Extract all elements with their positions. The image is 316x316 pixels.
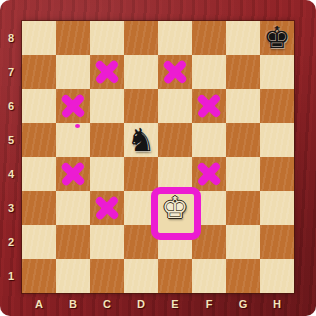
square-b3[interactable] — [56, 191, 90, 225]
x-mark-c7 — [90, 55, 124, 89]
file-label-e: E — [158, 293, 192, 315]
square-c4[interactable] — [90, 157, 124, 191]
square-b8[interactable] — [56, 21, 90, 55]
square-e1[interactable] — [158, 259, 192, 293]
square-e8[interactable] — [158, 21, 192, 55]
file-label-h: H — [260, 293, 294, 315]
square-d6[interactable] — [124, 89, 158, 123]
square-e4[interactable] — [158, 157, 192, 191]
x-mark-e7 — [158, 55, 192, 89]
square-g5[interactable] — [226, 123, 260, 157]
file-label-f: F — [192, 293, 226, 315]
square-d7[interactable] — [124, 55, 158, 89]
file-label-a: A — [22, 293, 56, 315]
square-b6[interactable] — [56, 89, 90, 123]
square-a6[interactable] — [22, 89, 56, 123]
square-a1[interactable] — [22, 259, 56, 293]
rank-label-7: 7 — [0, 55, 22, 89]
chessboard-frame: 87654321 ABCDEFGH ♚♞♚ — [0, 0, 316, 316]
rank-label-1: 1 — [0, 259, 22, 293]
square-f5[interactable] — [192, 123, 226, 157]
square-g2[interactable] — [226, 225, 260, 259]
square-e5[interactable] — [158, 123, 192, 157]
square-h7[interactable] — [260, 55, 294, 89]
paint-speck — [75, 124, 80, 128]
square-f6[interactable] — [192, 89, 226, 123]
rank-label-3: 3 — [0, 191, 22, 225]
square-a3[interactable] — [22, 191, 56, 225]
file-labels: ABCDEFGH — [22, 293, 294, 316]
square-h8[interactable]: ♚ — [260, 21, 294, 55]
square-h1[interactable] — [260, 259, 294, 293]
square-g8[interactable] — [226, 21, 260, 55]
square-b1[interactable] — [56, 259, 90, 293]
file-label-b: B — [56, 293, 90, 315]
chess-board: ♚♞♚ — [22, 21, 294, 293]
square-d5[interactable]: ♞ — [124, 123, 158, 157]
square-f7[interactable] — [192, 55, 226, 89]
square-b5[interactable] — [56, 123, 90, 157]
square-b4[interactable] — [56, 157, 90, 191]
x-mark-b4 — [56, 157, 90, 191]
square-c7[interactable] — [90, 55, 124, 89]
square-a2[interactable] — [22, 225, 56, 259]
square-f4[interactable] — [192, 157, 226, 191]
file-label-d: D — [124, 293, 158, 315]
rank-label-4: 4 — [0, 157, 22, 191]
square-a5[interactable] — [22, 123, 56, 157]
rank-label-2: 2 — [0, 225, 22, 259]
square-c3[interactable] — [90, 191, 124, 225]
square-h4[interactable] — [260, 157, 294, 191]
rank-label-8: 8 — [0, 21, 22, 55]
black-king[interactable]: ♚ — [260, 21, 294, 55]
square-g3[interactable] — [226, 191, 260, 225]
square-h5[interactable] — [260, 123, 294, 157]
file-label-c: C — [90, 293, 124, 315]
rank-label-6: 6 — [0, 89, 22, 123]
square-h6[interactable] — [260, 89, 294, 123]
square-c1[interactable] — [90, 259, 124, 293]
black-knight[interactable]: ♞ — [124, 123, 158, 157]
square-g4[interactable] — [226, 157, 260, 191]
square-a7[interactable] — [22, 55, 56, 89]
x-mark-f4 — [192, 157, 226, 191]
square-g7[interactable] — [226, 55, 260, 89]
square-e6[interactable] — [158, 89, 192, 123]
x-mark-c3 — [90, 191, 124, 225]
square-b2[interactable] — [56, 225, 90, 259]
x-mark-f6 — [192, 89, 226, 123]
square-h2[interactable] — [260, 225, 294, 259]
square-c2[interactable] — [90, 225, 124, 259]
file-label-g: G — [226, 293, 260, 315]
square-d8[interactable] — [124, 21, 158, 55]
square-c8[interactable] — [90, 21, 124, 55]
square-c5[interactable] — [90, 123, 124, 157]
square-b7[interactable] — [56, 55, 90, 89]
square-f1[interactable] — [192, 259, 226, 293]
square-c6[interactable] — [90, 89, 124, 123]
x-mark-b6 — [56, 89, 90, 123]
rank-label-5: 5 — [0, 123, 22, 157]
square-h3[interactable] — [260, 191, 294, 225]
square-g1[interactable] — [226, 259, 260, 293]
square-a8[interactable] — [22, 21, 56, 55]
square-d4[interactable] — [124, 157, 158, 191]
square-a4[interactable] — [22, 157, 56, 191]
check-highlight-box — [151, 187, 201, 240]
square-f8[interactable] — [192, 21, 226, 55]
square-g6[interactable] — [226, 89, 260, 123]
square-d1[interactable] — [124, 259, 158, 293]
rank-labels: 87654321 — [0, 21, 22, 293]
square-e7[interactable] — [158, 55, 192, 89]
